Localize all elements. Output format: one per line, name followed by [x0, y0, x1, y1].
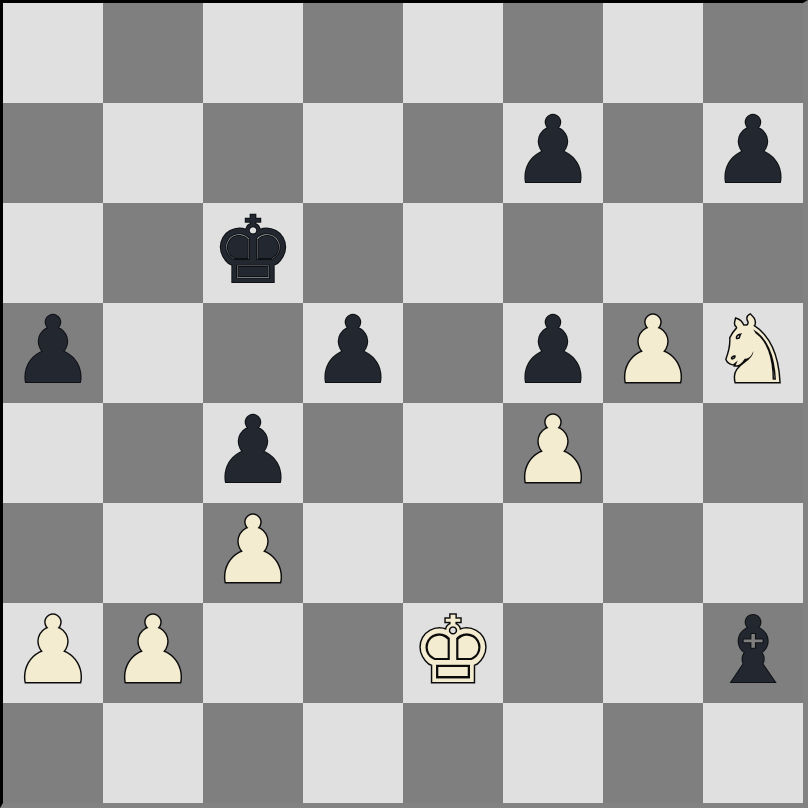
square-h3[interactable] [703, 503, 803, 603]
square-d4[interactable] [303, 403, 403, 503]
piece-black-king[interactable]: ♚ [212, 205, 294, 297]
square-d7[interactable] [303, 103, 403, 203]
chess-board: ♟♟♚♟♟♟♟♞♟♟♟♟♟♚♝ [3, 3, 803, 803]
square-a3[interactable] [3, 503, 103, 603]
square-f8[interactable] [503, 3, 603, 103]
piece-white-pawn[interactable]: ♟ [12, 605, 94, 697]
square-g1[interactable] [603, 703, 703, 803]
square-f3[interactable] [503, 503, 603, 603]
piece-black-bishop[interactable]: ♝ [712, 605, 794, 697]
piece-black-pawn[interactable]: ♟ [512, 105, 594, 197]
square-d3[interactable] [303, 503, 403, 603]
square-g2[interactable] [603, 603, 703, 703]
piece-black-pawn[interactable]: ♟ [312, 305, 394, 397]
square-h5[interactable]: ♞ [703, 303, 803, 403]
square-h1[interactable] [703, 703, 803, 803]
square-e4[interactable] [403, 403, 503, 503]
square-d8[interactable] [303, 3, 403, 103]
square-c4[interactable]: ♟ [203, 403, 303, 503]
square-g3[interactable] [603, 503, 703, 603]
square-a5[interactable]: ♟ [3, 303, 103, 403]
square-b1[interactable] [103, 703, 203, 803]
square-f4[interactable]: ♟ [503, 403, 603, 503]
square-a4[interactable] [3, 403, 103, 503]
square-f2[interactable] [503, 603, 603, 703]
piece-white-pawn[interactable]: ♟ [112, 605, 194, 697]
square-c7[interactable] [203, 103, 303, 203]
square-d5[interactable]: ♟ [303, 303, 403, 403]
square-e1[interactable] [403, 703, 503, 803]
square-e7[interactable] [403, 103, 503, 203]
square-h7[interactable]: ♟ [703, 103, 803, 203]
square-a7[interactable] [3, 103, 103, 203]
square-b8[interactable] [103, 3, 203, 103]
square-a8[interactable] [3, 3, 103, 103]
square-e8[interactable] [403, 3, 503, 103]
square-d6[interactable] [303, 203, 403, 303]
square-c5[interactable] [203, 303, 303, 403]
square-g6[interactable] [603, 203, 703, 303]
square-c8[interactable] [203, 3, 303, 103]
square-f1[interactable] [503, 703, 603, 803]
piece-white-knight[interactable]: ♞ [712, 305, 794, 397]
square-h8[interactable] [703, 3, 803, 103]
square-b5[interactable] [103, 303, 203, 403]
square-b6[interactable] [103, 203, 203, 303]
piece-black-pawn[interactable]: ♟ [212, 405, 294, 497]
square-e6[interactable] [403, 203, 503, 303]
piece-black-pawn[interactable]: ♟ [712, 105, 794, 197]
square-b3[interactable] [103, 503, 203, 603]
square-h6[interactable] [703, 203, 803, 303]
square-d2[interactable] [303, 603, 403, 703]
piece-white-pawn[interactable]: ♟ [512, 405, 594, 497]
square-f6[interactable] [503, 203, 603, 303]
square-e2[interactable]: ♚ [403, 603, 503, 703]
square-h4[interactable] [703, 403, 803, 503]
piece-black-pawn[interactable]: ♟ [12, 305, 94, 397]
square-g5[interactable]: ♟ [603, 303, 703, 403]
square-c1[interactable] [203, 703, 303, 803]
square-b4[interactable] [103, 403, 203, 503]
chess-board-frame: ♟♟♚♟♟♟♟♞♟♟♟♟♟♚♝ [0, 0, 808, 808]
square-b2[interactable]: ♟ [103, 603, 203, 703]
piece-white-pawn[interactable]: ♟ [212, 505, 294, 597]
piece-white-pawn[interactable]: ♟ [612, 305, 694, 397]
square-c6[interactable]: ♚ [203, 203, 303, 303]
square-c3[interactable]: ♟ [203, 503, 303, 603]
square-g4[interactable] [603, 403, 703, 503]
square-g7[interactable] [603, 103, 703, 203]
piece-white-king[interactable]: ♚ [412, 605, 494, 697]
square-d1[interactable] [303, 703, 403, 803]
square-g8[interactable] [603, 3, 703, 103]
square-f7[interactable]: ♟ [503, 103, 603, 203]
square-h2[interactable]: ♝ [703, 603, 803, 703]
square-a6[interactable] [3, 203, 103, 303]
square-c2[interactable] [203, 603, 303, 703]
square-a1[interactable] [3, 703, 103, 803]
square-e3[interactable] [403, 503, 503, 603]
square-e5[interactable] [403, 303, 503, 403]
square-f5[interactable]: ♟ [503, 303, 603, 403]
square-a2[interactable]: ♟ [3, 603, 103, 703]
square-b7[interactable] [103, 103, 203, 203]
piece-black-pawn[interactable]: ♟ [512, 305, 594, 397]
